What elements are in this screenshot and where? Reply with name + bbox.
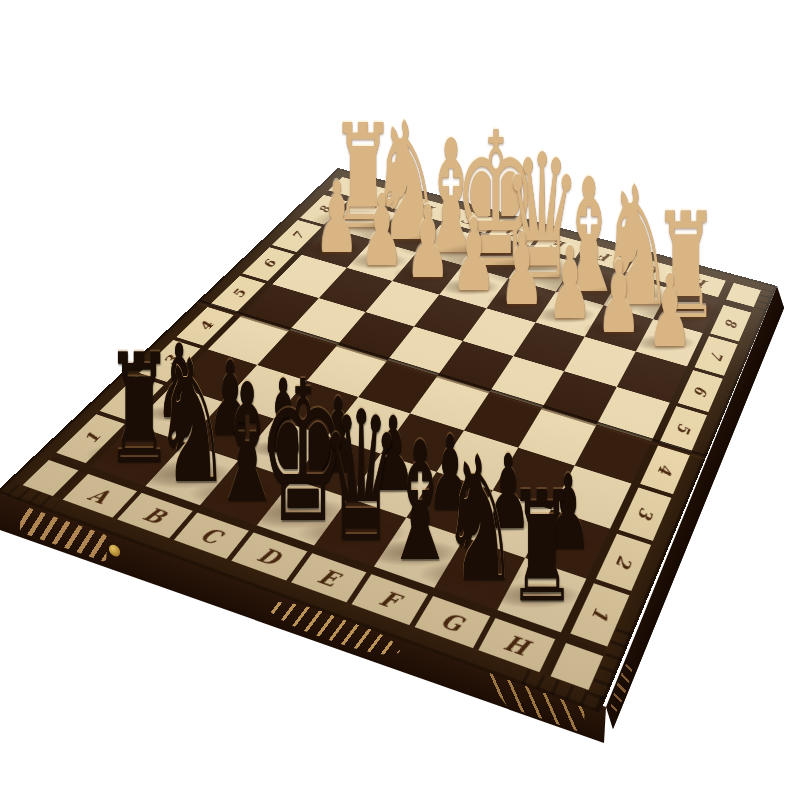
black-rook-glyph: ♜ xyxy=(508,472,576,624)
white-pawn-glyph: ♟ xyxy=(647,262,692,362)
brass-latch xyxy=(109,543,121,558)
product-photo-scene: Wooden folding chess set, hand-carved pi… xyxy=(0,0,800,800)
